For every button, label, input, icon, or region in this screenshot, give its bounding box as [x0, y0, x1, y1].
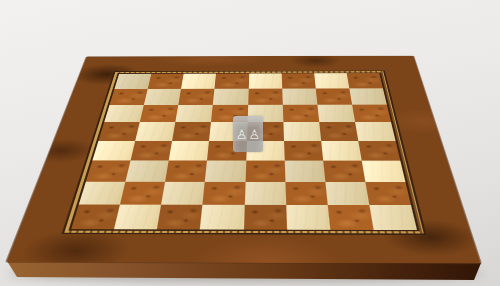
- square-b5[interactable]: [135, 122, 175, 140]
- square-h7[interactable]: [349, 88, 387, 104]
- square-a7[interactable]: [110, 89, 148, 105]
- square-h1[interactable]: [369, 205, 417, 230]
- square-a4[interactable]: [92, 141, 135, 161]
- square-c5[interactable]: [172, 122, 211, 140]
- square-b4[interactable]: [131, 141, 173, 161]
- square-g4[interactable]: [321, 141, 362, 161]
- square-g6[interactable]: [317, 105, 355, 122]
- square-f4[interactable]: [284, 141, 323, 161]
- square-d3[interactable]: [205, 160, 246, 181]
- square-a2[interactable]: [79, 181, 126, 204]
- square-f7[interactable]: [282, 89, 317, 105]
- square-f1[interactable]: [286, 205, 330, 230]
- square-e1[interactable]: [243, 205, 286, 230]
- square-b7[interactable]: [144, 89, 181, 105]
- watermark-piece-icon: ♙: [236, 128, 248, 141]
- square-g1[interactable]: [327, 205, 373, 230]
- chess-board: [6, 56, 480, 263]
- square-h4[interactable]: [358, 141, 400, 161]
- square-c4[interactable]: [169, 141, 209, 161]
- square-e7[interactable]: [248, 89, 283, 105]
- square-c7[interactable]: [179, 89, 215, 105]
- square-h3[interactable]: [362, 160, 406, 181]
- square-b8[interactable]: [148, 74, 184, 89]
- square-h6[interactable]: [352, 105, 391, 122]
- watermark-piece-icon: ♙: [249, 128, 261, 141]
- square-e8[interactable]: [248, 73, 282, 88]
- square-b1[interactable]: [114, 204, 161, 229]
- square-h8[interactable]: [347, 73, 383, 88]
- square-d8[interactable]: [215, 73, 249, 88]
- square-a5[interactable]: [99, 122, 140, 140]
- square-d2[interactable]: [203, 182, 245, 205]
- square-d7[interactable]: [213, 89, 248, 105]
- square-g2[interactable]: [325, 182, 369, 205]
- square-c3[interactable]: [165, 160, 207, 181]
- square-f6[interactable]: [282, 105, 319, 122]
- square-c1[interactable]: [157, 205, 203, 230]
- square-g5[interactable]: [319, 122, 358, 141]
- square-e2[interactable]: [244, 182, 286, 205]
- square-g3[interactable]: [323, 160, 365, 181]
- gray-sticker-watermark: ♙ ♙: [233, 116, 263, 152]
- square-c2[interactable]: [161, 182, 205, 205]
- square-a1[interactable]: [71, 204, 120, 229]
- photo-scene: ♙ ♙: [0, 0, 500, 286]
- square-f5[interactable]: [283, 122, 321, 140]
- square-c6[interactable]: [176, 105, 214, 122]
- square-d1[interactable]: [200, 205, 244, 230]
- square-a3[interactable]: [86, 160, 131, 181]
- square-e3[interactable]: [245, 160, 285, 181]
- square-f8[interactable]: [281, 73, 315, 88]
- square-f2[interactable]: [285, 182, 327, 205]
- square-b6[interactable]: [140, 105, 179, 122]
- square-g8[interactable]: [314, 73, 349, 88]
- square-a8[interactable]: [114, 74, 151, 89]
- square-h2[interactable]: [365, 182, 411, 205]
- square-b3[interactable]: [126, 160, 169, 181]
- square-f3[interactable]: [284, 160, 325, 181]
- inlay-border: [62, 71, 427, 235]
- square-h5[interactable]: [355, 122, 396, 141]
- square-g7[interactable]: [316, 89, 352, 105]
- square-b2[interactable]: [120, 182, 165, 205]
- square-a6[interactable]: [104, 105, 144, 122]
- square-c8[interactable]: [181, 74, 216, 89]
